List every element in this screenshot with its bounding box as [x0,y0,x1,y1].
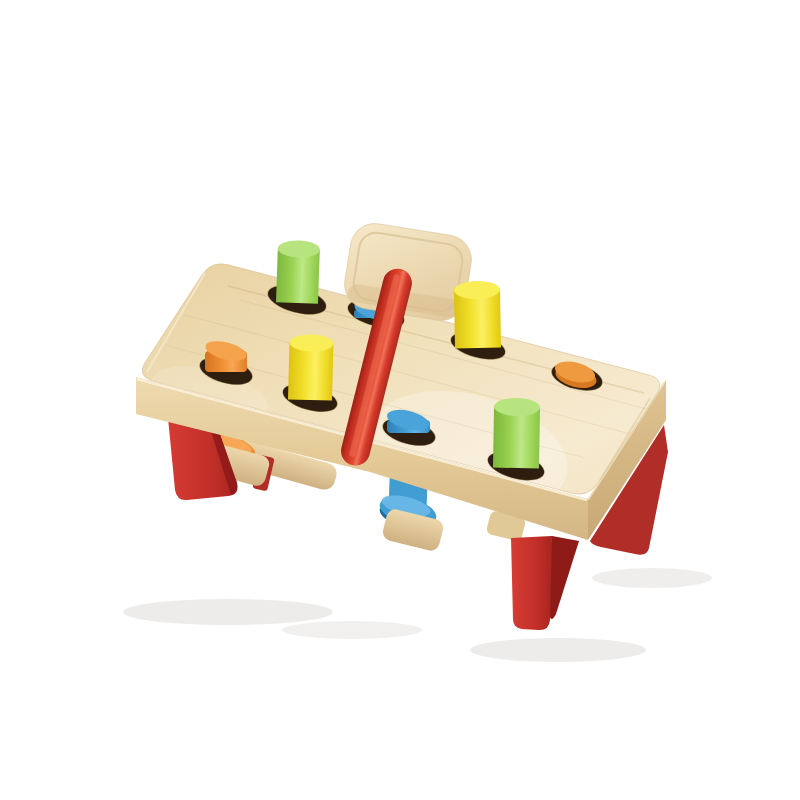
bench-leg-front-right [511,536,579,630]
leg-side-face [549,536,579,619]
shadow-right [470,638,646,662]
peg-green-back-up [276,240,320,304]
peg-yellow-back-up [454,281,501,349]
brand-stamp [242,250,268,263]
leg-front-face [511,536,552,630]
shadow-center [282,621,422,639]
floor-shadows [123,568,712,662]
product-photo [0,0,800,800]
shadow-rear-right [592,568,712,588]
shadow-left [123,599,333,625]
product-photo-svg [0,0,800,800]
peg-yellow-front-up [288,334,334,401]
peg-green-front-up [493,398,540,469]
